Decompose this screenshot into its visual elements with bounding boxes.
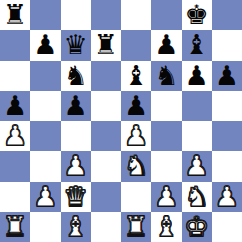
square-c5[interactable]: ♟: [61, 91, 91, 121]
black-pawn[interactable]: ♟: [154, 30, 178, 60]
square-d5[interactable]: [91, 91, 121, 121]
square-h2[interactable]: ♟: [212, 182, 242, 212]
square-e7[interactable]: [121, 30, 151, 60]
white-rook[interactable]: ♜: [3, 212, 27, 242]
square-g3[interactable]: ♟: [182, 151, 212, 181]
white-knight[interactable]: ♞: [185, 182, 209, 212]
square-e3[interactable]: ♞: [121, 151, 151, 181]
square-h5[interactable]: [212, 91, 242, 121]
black-pawn[interactable]: ♟: [3, 91, 27, 121]
square-d6[interactable]: [91, 61, 121, 91]
square-f8[interactable]: [151, 0, 181, 30]
square-b1[interactable]: [30, 212, 60, 242]
square-e8[interactable]: [121, 0, 151, 30]
square-h8[interactable]: [212, 0, 242, 30]
black-pawn[interactable]: ♟: [215, 61, 239, 91]
white-pawn[interactable]: ♟: [185, 151, 209, 181]
square-b2[interactable]: ♟: [30, 182, 60, 212]
square-e1[interactable]: ♜: [121, 212, 151, 242]
square-f1[interactable]: ♝: [151, 212, 181, 242]
square-f5[interactable]: [151, 91, 181, 121]
square-f4[interactable]: [151, 121, 181, 151]
square-b3[interactable]: [30, 151, 60, 181]
square-f3[interactable]: [151, 151, 181, 181]
square-f2[interactable]: ♟: [151, 182, 181, 212]
square-d7[interactable]: ♜: [91, 30, 121, 60]
black-rook[interactable]: ♜: [94, 30, 118, 60]
square-c2[interactable]: ♛: [61, 182, 91, 212]
square-b4[interactable]: [30, 121, 60, 151]
square-b5[interactable]: [30, 91, 60, 121]
square-h6[interactable]: ♟: [212, 61, 242, 91]
black-bishop[interactable]: ♝: [185, 30, 209, 60]
square-g2[interactable]: ♞: [182, 182, 212, 212]
chess-board-container: ♜♚♟♛♜♟♝♞♝♞♟♟♟♟♟♟♟♟♞♟♟♛♟♞♟♜♝♜♝♚: [0, 0, 242, 242]
black-pawn[interactable]: ♟: [185, 61, 209, 91]
square-c7[interactable]: ♛: [61, 30, 91, 60]
white-queen[interactable]: ♛: [64, 182, 88, 212]
square-g1[interactable]: ♚: [182, 212, 212, 242]
white-pawn[interactable]: ♟: [124, 121, 148, 151]
square-h1[interactable]: [212, 212, 242, 242]
square-e4[interactable]: ♟: [121, 121, 151, 151]
square-f7[interactable]: ♟: [151, 30, 181, 60]
square-e5[interactable]: ♟: [121, 91, 151, 121]
square-a7[interactable]: [0, 30, 30, 60]
black-pawn[interactable]: ♟: [33, 30, 57, 60]
square-b7[interactable]: ♟: [30, 30, 60, 60]
square-c6[interactable]: ♞: [61, 61, 91, 91]
white-knight[interactable]: ♞: [124, 151, 148, 181]
black-bishop[interactable]: ♝: [124, 61, 148, 91]
square-h7[interactable]: [212, 30, 242, 60]
white-pawn[interactable]: ♟: [154, 182, 178, 212]
white-pawn[interactable]: ♟: [64, 151, 88, 181]
square-c4[interactable]: [61, 121, 91, 151]
square-f6[interactable]: ♞: [151, 61, 181, 91]
black-pawn[interactable]: ♟: [64, 91, 88, 121]
square-g4[interactable]: [182, 121, 212, 151]
square-a1[interactable]: ♜: [0, 212, 30, 242]
white-king[interactable]: ♚: [185, 212, 209, 242]
square-g5[interactable]: [182, 91, 212, 121]
square-h4[interactable]: [212, 121, 242, 151]
black-king[interactable]: ♚: [185, 0, 209, 30]
square-h3[interactable]: [212, 151, 242, 181]
square-a6[interactable]: [0, 61, 30, 91]
square-a4[interactable]: ♟: [0, 121, 30, 151]
black-knight[interactable]: ♞: [64, 61, 88, 91]
square-b6[interactable]: [30, 61, 60, 91]
square-g6[interactable]: ♟: [182, 61, 212, 91]
square-b8[interactable]: [30, 0, 60, 30]
white-pawn[interactable]: ♟: [215, 182, 239, 212]
square-a5[interactable]: ♟: [0, 91, 30, 121]
square-d3[interactable]: [91, 151, 121, 181]
square-a3[interactable]: [0, 151, 30, 181]
white-pawn[interactable]: ♟: [33, 182, 57, 212]
square-c1[interactable]: ♝: [61, 212, 91, 242]
square-d8[interactable]: [91, 0, 121, 30]
white-bishop[interactable]: ♝: [64, 212, 88, 242]
square-d4[interactable]: [91, 121, 121, 151]
black-pawn[interactable]: ♟: [124, 91, 148, 121]
square-g8[interactable]: ♚: [182, 0, 212, 30]
square-c3[interactable]: ♟: [61, 151, 91, 181]
square-e6[interactable]: ♝: [121, 61, 151, 91]
square-e2[interactable]: [121, 182, 151, 212]
white-bishop[interactable]: ♝: [154, 212, 178, 242]
black-knight[interactable]: ♞: [154, 61, 178, 91]
white-pawn[interactable]: ♟: [3, 121, 27, 151]
chess-board: ♜♚♟♛♜♟♝♞♝♞♟♟♟♟♟♟♟♟♞♟♟♛♟♞♟♜♝♜♝♚: [0, 0, 242, 242]
square-c8[interactable]: [61, 0, 91, 30]
square-a8[interactable]: ♜: [0, 0, 30, 30]
square-d1[interactable]: [91, 212, 121, 242]
square-g7[interactable]: ♝: [182, 30, 212, 60]
black-rook[interactable]: ♜: [3, 0, 27, 30]
white-rook[interactable]: ♜: [124, 212, 148, 242]
square-d2[interactable]: [91, 182, 121, 212]
black-queen[interactable]: ♛: [64, 30, 88, 60]
square-a2[interactable]: [0, 182, 30, 212]
